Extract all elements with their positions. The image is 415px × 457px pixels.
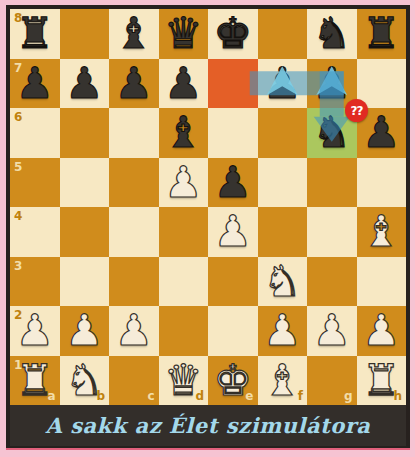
rank-label-2: 2 (14, 309, 22, 321)
square-c3[interactable] (109, 257, 159, 307)
square-f5[interactable] (258, 158, 308, 208)
square-e2[interactable] (208, 306, 258, 356)
square-a8[interactable]: 8♜ (10, 9, 60, 59)
square-d1[interactable]: d♛ (159, 356, 209, 406)
piece-wB-h4[interactable]: ♝ (362, 207, 401, 256)
square-a2[interactable]: 2♟ (10, 306, 60, 356)
square-e3[interactable] (208, 257, 258, 307)
file-label-a: a (47, 390, 55, 402)
chess-board: 8♜♝♛♚♞♜7♟♟♟♟♟♟6♝♞♟5♟♟4♟♝3♞2♟♟♟♟♟♟1a♜b♞cd… (10, 9, 406, 405)
piece-bQ-d8[interactable]: ♛ (164, 9, 203, 58)
square-d3[interactable] (159, 257, 209, 307)
file-label-b: b (96, 390, 105, 402)
rank-label-6: 6 (14, 111, 22, 123)
square-e8[interactable]: ♚ (208, 9, 258, 59)
file-label-g: g (344, 390, 353, 402)
pink-frame: 8♜♝♛♚♞♜7♟♟♟♟♟♟6♝♞♟5♟♟4♟♝3♞2♟♟♟♟♟♟1a♜b♞cd… (0, 0, 415, 457)
square-b6[interactable] (60, 108, 110, 158)
piece-bK-e8[interactable]: ♚ (213, 9, 252, 58)
square-f1[interactable]: f♝ (258, 356, 308, 406)
square-b5[interactable] (60, 158, 110, 208)
rank-label-8: 8 (14, 12, 22, 24)
piece-bP-g7[interactable]: ♟ (312, 59, 351, 108)
piece-wP-f2[interactable]: ♟ (263, 306, 302, 355)
piece-bP-c7[interactable]: ♟ (114, 59, 153, 108)
blunder-badge: ?? (345, 99, 368, 122)
file-label-c: c (147, 390, 154, 402)
square-c7[interactable]: ♟ (109, 59, 159, 109)
square-h5[interactable] (357, 158, 407, 208)
square-f6[interactable] (258, 108, 308, 158)
rank-label-1: 1 (14, 359, 22, 371)
square-c4[interactable] (109, 207, 159, 257)
square-d2[interactable] (159, 306, 209, 356)
square-b2[interactable]: ♟ (60, 306, 110, 356)
rank-label-7: 7 (14, 62, 22, 74)
rank-label-4: 4 (14, 210, 22, 222)
piece-wN-f3[interactable]: ♞ (263, 257, 302, 306)
piece-wB-f1[interactable]: ♝ (263, 356, 302, 405)
rank-label-3: 3 (14, 260, 22, 272)
piece-bP-d7[interactable]: ♟ (164, 59, 203, 108)
piece-wP-c2[interactable]: ♟ (114, 306, 153, 355)
square-b4[interactable] (60, 207, 110, 257)
square-e4[interactable]: ♟ (208, 207, 258, 257)
piece-bB-d6[interactable]: ♝ (164, 108, 203, 157)
square-f2[interactable]: ♟ (258, 306, 308, 356)
rank-label-5: 5 (14, 161, 22, 173)
square-d6[interactable]: ♝ (159, 108, 209, 158)
square-f8[interactable] (258, 9, 308, 59)
square-b3[interactable] (60, 257, 110, 307)
square-f4[interactable] (258, 207, 308, 257)
square-h8[interactable]: ♜ (357, 9, 407, 59)
square-g1[interactable]: g (307, 356, 357, 406)
square-g8[interactable]: ♞ (307, 9, 357, 59)
file-label-h: h (393, 390, 402, 402)
piece-wP-h2[interactable]: ♟ (362, 306, 401, 355)
square-a3[interactable]: 3 (10, 257, 60, 307)
square-d8[interactable]: ♛ (159, 9, 209, 59)
square-c6[interactable] (109, 108, 159, 158)
square-g5[interactable] (307, 158, 357, 208)
square-g2[interactable]: ♟ (307, 306, 357, 356)
file-label-f: f (298, 390, 303, 402)
square-f7[interactable]: ♟ (258, 59, 308, 109)
square-h3[interactable] (357, 257, 407, 307)
square-h7[interactable] (357, 59, 407, 109)
square-b8[interactable] (60, 9, 110, 59)
square-a4[interactable]: 4 (10, 207, 60, 257)
square-d7[interactable]: ♟ (159, 59, 209, 109)
square-a1[interactable]: 1a♜ (10, 356, 60, 406)
square-e7[interactable] (208, 59, 258, 109)
piece-wP-g2[interactable]: ♟ (312, 306, 351, 355)
square-f3[interactable]: ♞ (258, 257, 308, 307)
piece-wP-b2[interactable]: ♟ (65, 306, 104, 355)
square-b1[interactable]: b♞ (60, 356, 110, 406)
square-c2[interactable]: ♟ (109, 306, 159, 356)
square-h4[interactable]: ♝ (357, 207, 407, 257)
piece-bN-g8[interactable]: ♞ (312, 9, 351, 58)
piece-bP-e5[interactable]: ♟ (213, 158, 252, 207)
caption-text: A sakk az Élet szimulátora (10, 405, 406, 446)
square-b7[interactable]: ♟ (60, 59, 110, 109)
file-label-e: e (245, 390, 253, 402)
piece-wP-d5[interactable]: ♟ (164, 158, 203, 207)
square-a7[interactable]: 7♟ (10, 59, 60, 109)
board-chrome: 8♜♝♛♚♞♜7♟♟♟♟♟♟6♝♞♟5♟♟4♟♝3♞2♟♟♟♟♟♟1a♜b♞cd… (6, 5, 410, 450)
square-d4[interactable] (159, 207, 209, 257)
square-d5[interactable]: ♟ (159, 158, 209, 208)
square-g3[interactable] (307, 257, 357, 307)
square-e1[interactable]: e♚ (208, 356, 258, 406)
square-c5[interactable] (109, 158, 159, 208)
piece-bP-b7[interactable]: ♟ (65, 59, 104, 108)
square-a5[interactable]: 5 (10, 158, 60, 208)
square-h1[interactable]: h♜ (357, 356, 407, 406)
piece-bP-h6[interactable]: ♟ (362, 108, 401, 157)
square-h2[interactable]: ♟ (357, 306, 407, 356)
square-g4[interactable] (307, 207, 357, 257)
piece-bB-c8[interactable]: ♝ (114, 9, 153, 58)
square-e5[interactable]: ♟ (208, 158, 258, 208)
square-c1[interactable]: c (109, 356, 159, 406)
piece-bR-h8[interactable]: ♜ (362, 9, 401, 58)
piece-bP-f7[interactable]: ♟ (263, 59, 302, 108)
square-c8[interactable]: ♝ (109, 9, 159, 59)
square-e6[interactable] (208, 108, 258, 158)
piece-wP-e4[interactable]: ♟ (213, 207, 252, 256)
square-a6[interactable]: 6 (10, 108, 60, 158)
file-label-d: d (195, 390, 204, 402)
